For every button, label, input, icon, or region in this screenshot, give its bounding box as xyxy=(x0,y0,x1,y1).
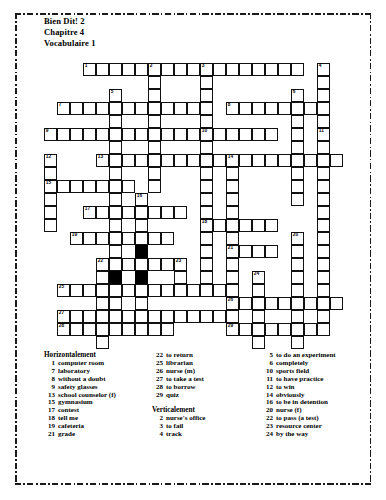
grid-cell[interactable] xyxy=(291,258,304,271)
cell-number: 6 xyxy=(293,89,296,95)
grid-cell[interactable] xyxy=(109,193,122,206)
grid-cell[interactable]: 20 xyxy=(291,232,304,245)
page-border-top xyxy=(15,13,371,15)
grid-cell[interactable] xyxy=(291,141,304,154)
grid-cell[interactable] xyxy=(239,323,252,336)
clue-text: quiz xyxy=(166,392,179,400)
grid-cell[interactable] xyxy=(96,180,109,193)
grid-cell[interactable] xyxy=(252,336,265,349)
grid-cell[interactable]: 25 xyxy=(57,284,70,297)
clue-item: 24by the way xyxy=(262,431,364,439)
grid-cell[interactable] xyxy=(122,63,135,76)
grid-cell[interactable] xyxy=(226,128,239,141)
grid-cell[interactable]: 10 xyxy=(200,128,213,141)
grid-cell[interactable] xyxy=(291,102,304,115)
grid-cell[interactable] xyxy=(57,128,70,141)
grid-cell[interactable] xyxy=(96,310,109,323)
black-cell xyxy=(135,271,148,284)
grid-cell[interactable] xyxy=(278,323,291,336)
grid-cell[interactable] xyxy=(200,232,213,245)
grid-cell[interactable] xyxy=(291,336,304,349)
grid-cell[interactable]: 9 xyxy=(44,128,57,141)
grid-cell[interactable] xyxy=(135,128,148,141)
grid-cell[interactable] xyxy=(291,271,304,284)
grid-cell[interactable] xyxy=(200,180,213,193)
grid-cell[interactable] xyxy=(278,63,291,76)
grid-cell[interactable] xyxy=(161,232,174,245)
grid-cell[interactable] xyxy=(122,310,135,323)
cell-number: 15 xyxy=(46,180,51,186)
grid-cell[interactable]: 22 xyxy=(96,258,109,271)
grid-cell[interactable] xyxy=(265,219,278,232)
grid-cell[interactable] xyxy=(200,284,213,297)
grid-cell[interactable] xyxy=(96,297,109,310)
grid-cell[interactable] xyxy=(135,63,148,76)
grid-cell[interactable] xyxy=(161,206,174,219)
grid-cell[interactable] xyxy=(330,154,343,167)
grid-cell[interactable]: 5 xyxy=(109,89,122,102)
grid-cell[interactable] xyxy=(96,128,109,141)
grid-cell[interactable] xyxy=(174,271,187,284)
grid-cell[interactable]: 18 xyxy=(200,219,213,232)
grid-cell[interactable]: 13 xyxy=(96,154,109,167)
grid-cell[interactable] xyxy=(109,323,122,336)
grid-cell[interactable] xyxy=(135,297,148,310)
grid-cell[interactable] xyxy=(317,271,330,284)
grid-cell[interactable] xyxy=(70,323,83,336)
grid-cell[interactable] xyxy=(252,63,265,76)
grid-cell[interactable] xyxy=(70,102,83,115)
grid-cell[interactable]: 28 xyxy=(57,323,70,336)
grid-cell[interactable] xyxy=(161,310,174,323)
grid-cell[interactable] xyxy=(148,128,161,141)
clue-text: grade xyxy=(58,431,75,439)
grid-cell[interactable] xyxy=(109,258,122,271)
grid-cell[interactable] xyxy=(109,310,122,323)
grid-cell[interactable] xyxy=(44,193,57,206)
grid-cell[interactable] xyxy=(174,206,187,219)
grid-cell[interactable]: 21 xyxy=(226,245,239,258)
grid-cell[interactable] xyxy=(70,284,83,297)
grid-cell[interactable]: 29 xyxy=(226,323,239,336)
grid-cell[interactable] xyxy=(174,128,187,141)
grid-cell[interactable] xyxy=(317,180,330,193)
grid-cell[interactable] xyxy=(135,258,148,271)
black-cell xyxy=(109,271,122,284)
grid-cell[interactable] xyxy=(330,297,343,310)
grid-cell[interactable] xyxy=(200,271,213,284)
grid-cell[interactable] xyxy=(109,102,122,115)
across-clue-list-part1: 1computer room7laboratory8without a doub… xyxy=(44,360,150,439)
grid-cell[interactable]: 8 xyxy=(226,102,239,115)
grid-cell[interactable]: 24 xyxy=(252,271,265,284)
grid-cell[interactable] xyxy=(148,89,161,102)
grid-cell[interactable] xyxy=(109,206,122,219)
grid-cell[interactable] xyxy=(109,115,122,128)
grid-cell[interactable] xyxy=(174,154,187,167)
grid-cell[interactable] xyxy=(135,232,148,245)
grid-cell[interactable] xyxy=(122,180,135,193)
grid-cell[interactable] xyxy=(317,323,330,336)
grid-cell[interactable] xyxy=(174,284,187,297)
grid-cell[interactable] xyxy=(200,193,213,206)
grid-cell[interactable] xyxy=(109,128,122,141)
grid-cell[interactable] xyxy=(109,180,122,193)
grid-cell[interactable] xyxy=(109,167,122,180)
grid-cell[interactable] xyxy=(317,154,330,167)
grid-cell[interactable] xyxy=(148,180,161,193)
clue-text: by the way xyxy=(276,431,308,439)
grid-cell[interactable] xyxy=(122,128,135,141)
grid-cell[interactable] xyxy=(187,63,200,76)
grid-cell[interactable] xyxy=(200,154,213,167)
grid-cell[interactable] xyxy=(265,245,278,258)
grid-cell[interactable] xyxy=(265,323,278,336)
grid-cell[interactable] xyxy=(278,297,291,310)
clue-text: track xyxy=(166,431,182,439)
grid-cell[interactable] xyxy=(252,310,265,323)
down-clue-list-part1: 2nurse's office3to fail4track xyxy=(152,415,260,439)
clue-column-1: Horizontalement 1computer room7laborator… xyxy=(44,352,150,439)
grid-cell[interactable] xyxy=(291,154,304,167)
grid-cell[interactable] xyxy=(148,115,161,128)
grid-cell[interactable] xyxy=(135,323,148,336)
grid-cell[interactable] xyxy=(83,323,96,336)
grid-cell[interactable] xyxy=(239,154,252,167)
grid-cell[interactable] xyxy=(200,102,213,115)
grid-cell[interactable] xyxy=(148,284,161,297)
grid-cell[interactable] xyxy=(148,206,161,219)
grid-cell[interactable]: 11 xyxy=(317,128,330,141)
grid-cell[interactable] xyxy=(252,245,265,258)
grid-cell[interactable] xyxy=(252,323,265,336)
grid-cell[interactable] xyxy=(226,206,239,219)
grid-cell[interactable] xyxy=(265,102,278,115)
grid-cell[interactable] xyxy=(252,219,265,232)
cell-number: 13 xyxy=(98,154,103,160)
grid-cell[interactable] xyxy=(291,167,304,180)
grid-cell[interactable] xyxy=(122,323,135,336)
grid-cell[interactable]: 4 xyxy=(317,63,330,76)
grid-cell[interactable]: 19 xyxy=(70,232,83,245)
grid-cell[interactable] xyxy=(135,310,148,323)
cell-number: 4 xyxy=(319,63,322,69)
page-border-bottom xyxy=(15,483,371,485)
grid-cell[interactable] xyxy=(239,297,252,310)
grid-cell[interactable] xyxy=(304,323,317,336)
grid-cell[interactable] xyxy=(291,323,304,336)
grid-cell[interactable] xyxy=(174,102,187,115)
grid-cell[interactable] xyxy=(200,206,213,219)
grid-cell[interactable] xyxy=(252,128,265,141)
grid-cell[interactable] xyxy=(96,271,109,284)
cell-number: 29 xyxy=(228,323,233,329)
cell-number: 5 xyxy=(111,89,114,95)
grid-cell[interactable] xyxy=(291,284,304,297)
black-cell xyxy=(135,245,148,258)
clue-number: 21 xyxy=(44,431,55,439)
grid-cell[interactable] xyxy=(122,258,135,271)
grid-cell[interactable]: 2 xyxy=(148,63,161,76)
grid-cell[interactable] xyxy=(187,310,200,323)
grid-cell[interactable] xyxy=(109,141,122,154)
grid-cell[interactable] xyxy=(265,154,278,167)
grid-cell[interactable] xyxy=(161,258,174,271)
grid-cell[interactable] xyxy=(96,284,109,297)
grid-cell[interactable] xyxy=(96,232,109,245)
crossword-grid[interactable]: 1234567891011121314151617181920212223242… xyxy=(44,63,344,350)
grid-cell[interactable] xyxy=(148,154,161,167)
grid-cell[interactable] xyxy=(83,180,96,193)
grid-cell[interactable] xyxy=(239,128,252,141)
grid-cell[interactable] xyxy=(109,154,122,167)
grid-cell[interactable]: 27 xyxy=(57,310,70,323)
cell-number: 25 xyxy=(59,284,64,290)
grid-cell[interactable] xyxy=(317,206,330,219)
grid-cell[interactable] xyxy=(239,245,252,258)
grid-cell[interactable] xyxy=(239,219,252,232)
grid-cell[interactable] xyxy=(109,219,122,232)
cell-number: 28 xyxy=(59,323,64,329)
grid-cell[interactable]: 17 xyxy=(83,206,96,219)
grid-cell[interactable] xyxy=(291,63,304,76)
grid-cell[interactable] xyxy=(317,89,330,102)
grid-cell[interactable] xyxy=(148,167,161,180)
grid-cell[interactable]: 14 xyxy=(226,154,239,167)
grid-cell[interactable] xyxy=(200,167,213,180)
grid-cell[interactable] xyxy=(226,180,239,193)
grid-cell[interactable] xyxy=(252,102,265,115)
grid-cell[interactable] xyxy=(291,310,304,323)
cell-number: 16 xyxy=(137,193,142,199)
grid-cell[interactable] xyxy=(44,167,57,180)
grid-cell[interactable]: 23 xyxy=(174,258,187,271)
grid-cell[interactable] xyxy=(317,232,330,245)
cell-number: 18 xyxy=(202,219,207,225)
grid-cell[interactable] xyxy=(317,219,330,232)
grid-cell[interactable] xyxy=(161,323,174,336)
grid-cell[interactable] xyxy=(148,232,161,245)
grid-cell[interactable] xyxy=(213,284,226,297)
grid-cell[interactable] xyxy=(252,284,265,297)
grid-cell[interactable] xyxy=(70,310,83,323)
grid-cell[interactable] xyxy=(200,141,213,154)
grid-cell[interactable] xyxy=(161,63,174,76)
grid-cell[interactable] xyxy=(304,297,317,310)
grid-cell[interactable] xyxy=(252,297,265,310)
cell-number: 20 xyxy=(293,232,298,238)
grid-cell[interactable] xyxy=(226,193,239,206)
grid-cell[interactable] xyxy=(200,89,213,102)
grid-cell[interactable] xyxy=(213,128,226,141)
grid-cell[interactable] xyxy=(226,219,239,232)
across-clue-list-part2: 22to return25librarian26nurse (m)27to ta… xyxy=(152,352,260,399)
grid-cell[interactable] xyxy=(278,154,291,167)
grid-cell[interactable] xyxy=(187,284,200,297)
grid-cell[interactable] xyxy=(226,63,239,76)
clue-item: 29quiz xyxy=(152,392,260,400)
grid-cell[interactable] xyxy=(109,245,122,258)
grid-cell[interactable] xyxy=(317,141,330,154)
cell-number: 9 xyxy=(46,128,49,134)
grid-cell[interactable] xyxy=(135,102,148,115)
grid-cell[interactable] xyxy=(70,180,83,193)
grid-cell[interactable] xyxy=(187,128,200,141)
grid-cell[interactable] xyxy=(109,63,122,76)
grid-cell[interactable]: 15 xyxy=(44,180,57,193)
grid-cell[interactable] xyxy=(135,154,148,167)
grid-cell[interactable] xyxy=(83,102,96,115)
cell-number: 26 xyxy=(228,297,233,303)
grid-cell[interactable] xyxy=(213,154,226,167)
grid-cell[interactable] xyxy=(265,297,278,310)
grid-cell[interactable] xyxy=(148,310,161,323)
grid-cell[interactable] xyxy=(174,63,187,76)
grid-cell[interactable] xyxy=(57,180,70,193)
grid-cell[interactable]: 12 xyxy=(44,154,57,167)
cell-number: 19 xyxy=(72,232,77,238)
grid-cell[interactable] xyxy=(96,63,109,76)
grid-cell[interactable] xyxy=(135,284,148,297)
grid-cell[interactable] xyxy=(83,284,96,297)
grid-cell[interactable] xyxy=(200,245,213,258)
grid-cell[interactable] xyxy=(317,310,330,323)
clue-number: 29 xyxy=(152,392,163,400)
grid-cell[interactable] xyxy=(291,245,304,258)
grid-cell[interactable] xyxy=(122,284,135,297)
grid-cell[interactable] xyxy=(213,310,226,323)
grid-cell[interactable] xyxy=(187,154,200,167)
grid-cell[interactable] xyxy=(148,258,161,271)
cell-number: 3 xyxy=(202,63,205,69)
grid-cell[interactable] xyxy=(226,232,239,245)
grid-cell[interactable] xyxy=(226,310,239,323)
grid-cell[interactable] xyxy=(291,297,304,310)
grid-cell[interactable] xyxy=(239,63,252,76)
worksheet-title: Bien Dit! 2 Chapitre 4 Vocabulaire 1 xyxy=(44,16,96,49)
grid-cell[interactable] xyxy=(122,206,135,219)
grid-cell[interactable] xyxy=(135,206,148,219)
grid-cell[interactable] xyxy=(317,76,330,89)
grid-cell[interactable] xyxy=(200,76,213,89)
grid-cell[interactable] xyxy=(200,310,213,323)
cell-number: 14 xyxy=(228,154,233,160)
grid-cell[interactable] xyxy=(226,258,239,271)
grid-cell[interactable]: 7 xyxy=(57,102,70,115)
grid-cell[interactable] xyxy=(278,102,291,115)
grid-cell[interactable]: 16 xyxy=(135,193,148,206)
grid-cell[interactable] xyxy=(226,167,239,180)
grid-cell[interactable] xyxy=(265,63,278,76)
cell-number: 8 xyxy=(228,102,231,108)
cell-number: 22 xyxy=(98,258,103,264)
grid-cell[interactable] xyxy=(44,206,57,219)
grid-cell[interactable] xyxy=(161,102,174,115)
grid-cell[interactable] xyxy=(226,284,239,297)
grid-cell[interactable] xyxy=(291,115,304,128)
cell-number: 2 xyxy=(150,63,153,69)
grid-cell[interactable] xyxy=(148,102,161,115)
cell-number: 7 xyxy=(59,102,62,108)
grid-cell[interactable] xyxy=(213,63,226,76)
grid-cell[interactable] xyxy=(161,284,174,297)
grid-cell[interactable] xyxy=(213,219,226,232)
grid-cell[interactable] xyxy=(291,180,304,193)
cell-number: 10 xyxy=(202,128,207,134)
grid-cell[interactable] xyxy=(83,310,96,323)
grid-cell[interactable] xyxy=(44,219,57,232)
grid-cell[interactable] xyxy=(200,258,213,271)
grid-cell[interactable] xyxy=(122,232,135,245)
grid-cell[interactable] xyxy=(109,284,122,297)
grid-cell[interactable] xyxy=(187,102,200,115)
grid-cell[interactable] xyxy=(109,232,122,245)
grid-cell[interactable] xyxy=(252,154,265,167)
grid-cell[interactable] xyxy=(317,258,330,271)
cell-number: 11 xyxy=(319,128,324,134)
grid-cell[interactable] xyxy=(291,128,304,141)
clue-number: 4 xyxy=(152,431,163,439)
grid-cell[interactable] xyxy=(265,128,278,141)
grid-cell[interactable]: 3 xyxy=(200,63,213,76)
grid-cell[interactable] xyxy=(239,102,252,115)
grid-cell[interactable] xyxy=(200,115,213,128)
grid-cell[interactable] xyxy=(317,297,330,310)
grid-cell[interactable] xyxy=(96,102,109,115)
cell-number: 23 xyxy=(176,258,181,264)
grid-cell[interactable] xyxy=(83,232,96,245)
grid-cell[interactable] xyxy=(96,206,109,219)
clue-number: 24 xyxy=(262,431,273,439)
grid-cell[interactable] xyxy=(96,336,109,349)
grid-cell[interactable] xyxy=(96,323,109,336)
grid-cell[interactable]: 1 xyxy=(83,63,96,76)
grid-cell[interactable] xyxy=(148,323,161,336)
grid-cell[interactable] xyxy=(317,167,330,180)
grid-cell[interactable] xyxy=(70,128,83,141)
grid-cell[interactable] xyxy=(317,193,330,206)
grid-cell[interactable] xyxy=(317,115,330,128)
grid-cell[interactable] xyxy=(291,193,304,206)
grid-cell[interactable] xyxy=(317,102,330,115)
down-clue-list-part2: 5to do an experiment6completely10sports … xyxy=(262,352,364,439)
cell-number: 24 xyxy=(254,271,259,277)
grid-cell[interactable] xyxy=(304,154,317,167)
cell-number: 12 xyxy=(46,154,51,160)
grid-cell[interactable] xyxy=(174,310,187,323)
page-border-left xyxy=(15,13,17,484)
title-book: Bien Dit! 2 xyxy=(44,16,96,27)
grid-cell[interactable] xyxy=(148,76,161,89)
clue-column-3: 5to do an experiment6completely10sports … xyxy=(262,352,364,439)
grid-cell[interactable] xyxy=(109,297,122,310)
grid-cell[interactable]: 6 xyxy=(291,89,304,102)
grid-cell[interactable] xyxy=(122,154,135,167)
grid-cell[interactable] xyxy=(83,128,96,141)
grid-cell[interactable] xyxy=(122,102,135,115)
cell-number: 17 xyxy=(85,206,90,212)
grid-cell[interactable] xyxy=(317,284,330,297)
clue-item: 4track xyxy=(152,431,260,439)
grid-cell[interactable] xyxy=(304,102,317,115)
grid-cell[interactable] xyxy=(317,245,330,258)
grid-cell[interactable] xyxy=(161,128,174,141)
grid-cell[interactable] xyxy=(135,219,148,232)
grid-cell[interactable] xyxy=(148,141,161,154)
grid-cell[interactable]: 26 xyxy=(226,297,239,310)
grid-cell[interactable] xyxy=(161,154,174,167)
grid-cell[interactable] xyxy=(226,271,239,284)
